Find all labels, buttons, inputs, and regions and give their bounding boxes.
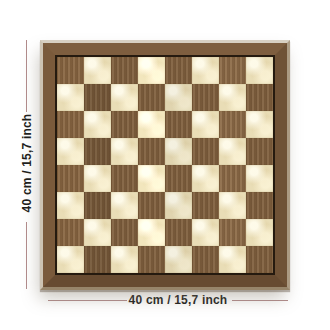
chessboard: [40, 40, 290, 290]
square-f5: [192, 138, 219, 165]
square-d7: [138, 84, 165, 111]
board-frame: [43, 43, 287, 287]
product-photo: 40 cm / 15,7 inch 40 cm / 15,7 inch: [0, 0, 330, 330]
square-f6: [192, 111, 219, 138]
square-f4: [192, 165, 219, 192]
board-grid: [57, 57, 273, 273]
square-h4: [246, 165, 273, 192]
square-h8: [246, 57, 273, 84]
square-b1: [84, 246, 111, 273]
square-a7: [57, 84, 84, 111]
height-dimension-line-top: [26, 40, 27, 112]
height-dimension-line-bottom: [26, 222, 27, 289]
square-g7: [219, 84, 246, 111]
square-h2: [246, 219, 273, 246]
square-g4: [219, 165, 246, 192]
square-f8: [192, 57, 219, 84]
square-c8: [111, 57, 138, 84]
square-g1: [219, 246, 246, 273]
square-a6: [57, 111, 84, 138]
square-b6: [84, 111, 111, 138]
width-dimension-line-right: [232, 300, 288, 301]
square-e5: [165, 138, 192, 165]
square-b4: [84, 165, 111, 192]
square-c7: [111, 84, 138, 111]
square-e2: [165, 219, 192, 246]
square-b2: [84, 219, 111, 246]
square-g2: [219, 219, 246, 246]
square-a3: [57, 192, 84, 219]
square-b7: [84, 84, 111, 111]
square-e3: [165, 192, 192, 219]
square-a2: [57, 219, 84, 246]
square-f3: [192, 192, 219, 219]
width-dimension-label: 40 cm / 15,7 inch: [129, 293, 228, 307]
square-h1: [246, 246, 273, 273]
square-g8: [219, 57, 246, 84]
square-c5: [111, 138, 138, 165]
square-d8: [138, 57, 165, 84]
square-f1: [192, 246, 219, 273]
square-g5: [219, 138, 246, 165]
square-g6: [219, 111, 246, 138]
square-h7: [246, 84, 273, 111]
square-g3: [219, 192, 246, 219]
square-b3: [84, 192, 111, 219]
square-a5: [57, 138, 84, 165]
square-d3: [138, 192, 165, 219]
square-e4: [165, 165, 192, 192]
square-f7: [192, 84, 219, 111]
square-h6: [246, 111, 273, 138]
square-e8: [165, 57, 192, 84]
square-h5: [246, 138, 273, 165]
square-h3: [246, 192, 273, 219]
square-e7: [165, 84, 192, 111]
square-c3: [111, 192, 138, 219]
square-d6: [138, 111, 165, 138]
square-c4: [111, 165, 138, 192]
square-c1: [111, 246, 138, 273]
square-d2: [138, 219, 165, 246]
square-a8: [57, 57, 84, 84]
square-b8: [84, 57, 111, 84]
square-e1: [165, 246, 192, 273]
square-b5: [84, 138, 111, 165]
board-inner-trim: [55, 55, 275, 275]
square-d1: [138, 246, 165, 273]
height-dimension-label: 40 cm / 15,7 inch: [20, 114, 34, 213]
square-f2: [192, 219, 219, 246]
width-dimension-line-left: [48, 300, 127, 301]
square-a4: [57, 165, 84, 192]
square-e6: [165, 111, 192, 138]
square-c2: [111, 219, 138, 246]
square-c6: [111, 111, 138, 138]
square-a1: [57, 246, 84, 273]
square-d4: [138, 165, 165, 192]
square-d5: [138, 138, 165, 165]
